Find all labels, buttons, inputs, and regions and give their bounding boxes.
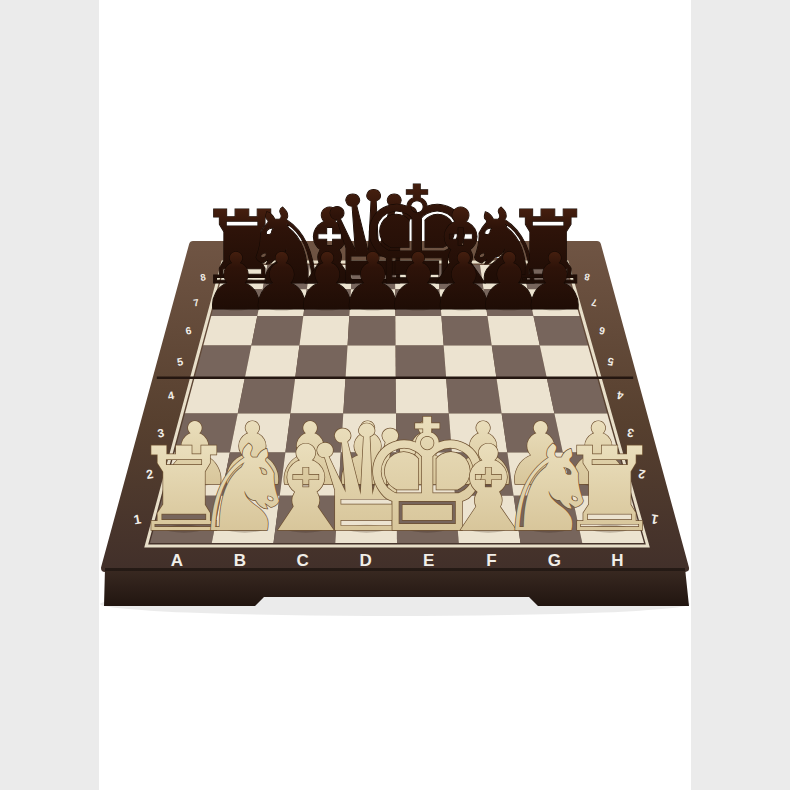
square-f5[interactable] [444, 345, 497, 377]
square-g5[interactable] [492, 345, 547, 377]
square-h5[interactable] [540, 345, 597, 377]
square-c5[interactable] [295, 345, 347, 377]
piece-white-rook-h1[interactable]: ♜ [558, 423, 662, 557]
square-e5[interactable] [396, 345, 447, 377]
square-b5[interactable] [245, 345, 300, 377]
square-a5[interactable] [195, 345, 252, 377]
square-d5[interactable] [345, 345, 395, 377]
chessboard: ABCDEFGHABCDEFGH1122334455667788♜♞♝♛♚♝♞♜… [0, 0, 790, 790]
piece-black-pawn-h7[interactable]: ♟ [519, 236, 589, 327]
product-photo: ABCDEFGHABCDEFGH1122334455667788♜♞♝♛♚♝♞♜… [0, 0, 790, 790]
